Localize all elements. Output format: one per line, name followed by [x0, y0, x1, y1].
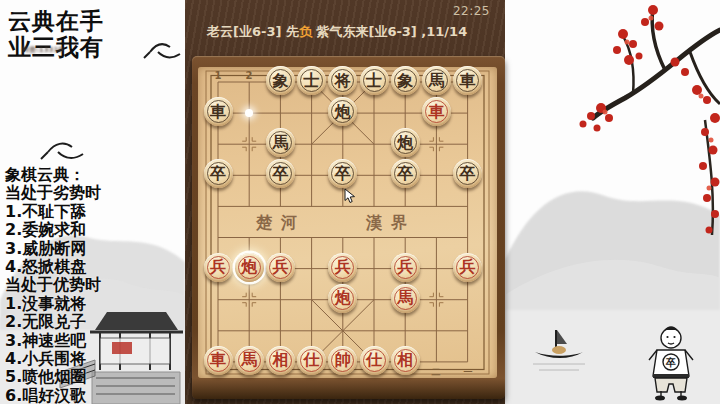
list-line: 4.怒掀棋盘	[5, 258, 185, 276]
result-prefix: 先	[286, 24, 299, 39]
status-bar: 老云[业6-3] 先负 紫气东来[业6-3] ,11/14	[207, 23, 503, 41]
piece-red-兵[interactable]: 兵	[391, 253, 420, 282]
piece-red-兵[interactable]: 兵	[204, 253, 233, 282]
mountain-wash-right	[505, 260, 720, 404]
piece-red-車[interactable]: 車	[204, 346, 233, 375]
piece-red-兵[interactable]: 兵	[266, 253, 295, 282]
piece-black-卒[interactable]: 卒	[204, 159, 233, 188]
list-line: 1.不耻下舔	[5, 203, 185, 221]
watermark-text: 抖音:13319	[22, 45, 63, 55]
player-red-name: 老云[业6-3]	[207, 24, 281, 39]
left-poster-panel: 云典在手 业三我有 抖音:13319 象棋云典： 当处于劣势时 1.不耻下舔 2…	[0, 0, 185, 404]
piece-red-帥[interactable]: 帥	[328, 346, 357, 375]
screenshot-stage: 云典在手 业三我有 抖音:13319 象棋云典： 当处于劣势时 1.不耻下舔 2…	[0, 0, 720, 404]
piece-black-卒[interactable]: 卒	[391, 159, 420, 188]
piece-black-士[interactable]: 士	[297, 66, 326, 95]
result-word: 负	[299, 24, 312, 39]
file-label-top-1: 1	[215, 70, 222, 81]
meme-list: 象棋云典： 当处于劣势时 1.不耻下舔 2.委婉求和 3.威胁断网 4.怒掀棋盘…	[5, 166, 185, 404]
file-label-top-2: 2	[246, 70, 253, 81]
clock: 22:25	[185, 4, 490, 18]
piece-red-仕[interactable]: 仕	[297, 346, 326, 375]
crane-icon	[41, 144, 83, 159]
list-line: 3.神速些吧	[5, 332, 185, 350]
list-line: 2.委婉求和	[5, 221, 185, 239]
right-poster-panel: 卒 业三守门员 天天象棋 路边摊老云 人生如棋 我愿为卒 虽行动缓慢 可曾见我后…	[505, 0, 720, 404]
last-move-origin-dot	[245, 109, 253, 117]
right-ink-art: 卒	[505, 0, 720, 404]
piece-black-卒[interactable]: 卒	[266, 159, 295, 188]
piece-black-炮[interactable]: 炮	[391, 128, 420, 157]
list-line: 3.威胁断网	[5, 240, 185, 258]
piece-red-相[interactable]: 相	[266, 346, 295, 375]
game-panel: 22:25 老云[业6-3] 先负 紫气东来[业6-3] ,11/14 楚河 漢…	[185, 0, 505, 404]
piece-black-車[interactable]: 車	[453, 66, 482, 95]
list-line: 象棋云典：	[5, 166, 185, 184]
board-surface[interactable]: 楚河 漢界 1 2 二 一 象士将士象馬車車炮車馬炮卒卒卒卒卒兵炮兵兵兵兵炮馬車…	[198, 67, 497, 378]
list-line: 4.小兵围将	[5, 350, 185, 368]
piece-red-炮[interactable]: 炮	[328, 284, 357, 313]
piece-red-仕[interactable]: 仕	[360, 346, 389, 375]
piece-black-馬[interactable]: 馬	[266, 128, 295, 157]
piece-black-士[interactable]: 士	[360, 66, 389, 95]
list-line: 6.唱好汉歌	[5, 387, 185, 404]
piece-black-象[interactable]: 象	[266, 66, 295, 95]
piece-black-車[interactable]: 車	[204, 97, 233, 126]
mascot-badge: 卒	[665, 357, 676, 368]
crane-icon	[144, 44, 180, 58]
list-line: 当处于优势时	[5, 276, 185, 294]
piece-red-兵[interactable]: 兵	[453, 253, 482, 282]
board-frame: 楚河 漢界 1 2 二 一 象士将士象馬車車炮車馬炮卒卒卒卒卒兵炮兵兵兵兵炮馬車…	[192, 56, 505, 399]
piece-red-兵[interactable]: 兵	[328, 253, 357, 282]
piece-red-車[interactable]: 車	[422, 97, 451, 126]
piece-red-馬[interactable]: 馬	[391, 284, 420, 313]
move-counter: ,11/14	[421, 24, 467, 39]
list-line: 5.喷他烟圈	[5, 368, 185, 386]
list-line: 1.没事就将	[5, 295, 185, 313]
piece-black-象[interactable]: 象	[391, 66, 420, 95]
list-line: 当处于劣势时	[5, 184, 185, 202]
piece-red-炮[interactable]: 炮	[235, 253, 264, 282]
river-label-left: 楚河	[236, 213, 326, 234]
river-label-right: 漢界	[346, 213, 436, 234]
piece-red-馬[interactable]: 馬	[235, 346, 264, 375]
piece-black-馬[interactable]: 馬	[422, 66, 451, 95]
list-line: 2.无限兑子	[5, 313, 185, 331]
player-black-name: 紫气东来[业6-3]	[316, 24, 416, 39]
file-label-bottom-1: 一	[464, 366, 473, 379]
mouse-cursor-icon	[344, 188, 356, 204]
piece-red-相[interactable]: 相	[391, 346, 420, 375]
file-label-bottom-2: 二	[432, 366, 441, 379]
